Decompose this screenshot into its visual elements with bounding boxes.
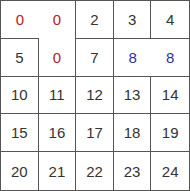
grid-cell-r0-c0: 0: [1, 1, 39, 39]
grid-cell-r3-c2: 17: [76, 114, 114, 152]
grid-cell-r3-c3: 18: [114, 114, 152, 152]
grid-cell-r1-c4: 8: [151, 39, 189, 77]
grid-cell-r2-c3: 13: [114, 77, 152, 115]
grid-cell-r0-c1: 0: [39, 1, 77, 39]
grid-cell-r3-c1: 16: [39, 114, 77, 152]
grid-cell-r2-c4: 14: [151, 77, 189, 115]
grid-cell-r1-c0: 5: [1, 39, 39, 77]
union-find-grid-board: 0023450788101112131415161718192021222324: [0, 0, 190, 191]
grid-cell-r4-c4: 24: [151, 152, 189, 190]
grid-cell-r1-c2: 7: [76, 39, 114, 77]
grid-cell-r4-c2: 22: [76, 152, 114, 190]
grid-cell-r0-c4: 4: [151, 1, 189, 39]
grid-cell-r4-c3: 23: [114, 152, 152, 190]
grid-cell-r2-c0: 10: [1, 77, 39, 115]
grid-cell-r3-c0: 15: [1, 114, 39, 152]
grid-cell-r4-c1: 21: [39, 152, 77, 190]
grid-cell-r0-c2: 2: [76, 1, 114, 39]
grid-cell-r4-c0: 20: [1, 152, 39, 190]
grid-cell-r1-c1: 0: [39, 39, 77, 77]
grid-cell-r0-c3: 3: [114, 1, 152, 39]
grid-cell-r2-c1: 11: [39, 77, 77, 115]
grid-cell-r3-c4: 19: [151, 114, 189, 152]
grid-cell-r2-c2: 12: [76, 77, 114, 115]
grid-cell-r1-c3: 8: [114, 39, 152, 77]
